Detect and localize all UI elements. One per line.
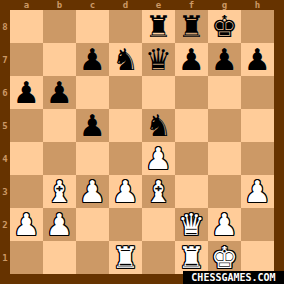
site-watermark: CHESSGAMES.COM: [183, 271, 284, 284]
black-pawn-piece: ♟: [178, 43, 205, 76]
rank-label-5: 5: [0, 109, 10, 142]
black-rook-piece: ♜: [145, 10, 172, 43]
square-h3: ♟: [241, 175, 274, 208]
white-pawn-piece: ♟: [46, 208, 73, 241]
square-e1: [142, 241, 175, 274]
square-e4: ♟: [142, 142, 175, 175]
square-d8: [109, 10, 142, 43]
square-c8: [76, 10, 109, 43]
black-pawn-piece: ♟: [211, 43, 238, 76]
square-e3: ♝: [142, 175, 175, 208]
black-pawn-piece: ♟: [244, 43, 271, 76]
square-g5: [208, 109, 241, 142]
square-f5: [175, 109, 208, 142]
square-a2: ♟: [10, 208, 43, 241]
square-c6: [76, 76, 109, 109]
square-f7: ♟: [175, 43, 208, 76]
chess-board: ♜♜♚♟♞♛♟♟♟♟♟♟♞♟♝♟♟♝♟♟♟♛♟♜♜♚: [10, 10, 274, 274]
square-c3: ♟: [76, 175, 109, 208]
white-pawn-piece: ♟: [145, 142, 172, 175]
file-labels: abcdefgh: [10, 0, 274, 10]
square-c4: [76, 142, 109, 175]
black-knight-piece: ♞: [145, 109, 172, 142]
square-e5: ♞: [142, 109, 175, 142]
square-d6: [109, 76, 142, 109]
white-pawn-piece: ♟: [79, 175, 106, 208]
square-a6: ♟: [10, 76, 43, 109]
white-king-piece: ♚: [211, 241, 238, 274]
rank-label-3: 3: [0, 175, 10, 208]
rank-label-6: 6: [0, 76, 10, 109]
black-pawn-piece: ♟: [13, 76, 40, 109]
square-e8: ♜: [142, 10, 175, 43]
rank-labels: 87654321: [0, 10, 10, 274]
white-pawn-piece: ♟: [112, 175, 139, 208]
square-c7: ♟: [76, 43, 109, 76]
square-h5: [241, 109, 274, 142]
rank-label-2: 2: [0, 208, 10, 241]
white-rook-piece: ♜: [178, 241, 205, 274]
square-f2: ♛: [175, 208, 208, 241]
chess-diagram: abcdefgh 87654321 ♜♜♚♟♞♛♟♟♟♟♟♟♞♟♝♟♟♝♟♟♟♛…: [0, 0, 284, 284]
white-queen-piece: ♛: [178, 208, 205, 241]
square-e7: ♛: [142, 43, 175, 76]
square-b5: [43, 109, 76, 142]
square-b2: ♟: [43, 208, 76, 241]
rank-label-7: 7: [0, 43, 10, 76]
square-h7: ♟: [241, 43, 274, 76]
square-h6: [241, 76, 274, 109]
square-d4: [109, 142, 142, 175]
square-h1: [241, 241, 274, 274]
square-f4: [175, 142, 208, 175]
square-g8: ♚: [208, 10, 241, 43]
black-pawn-piece: ♟: [79, 109, 106, 142]
square-b3: ♝: [43, 175, 76, 208]
square-f8: ♜: [175, 10, 208, 43]
square-a1: [10, 241, 43, 274]
square-g6: [208, 76, 241, 109]
square-h4: [241, 142, 274, 175]
black-queen-piece: ♛: [145, 43, 172, 76]
black-king-piece: ♚: [211, 10, 238, 43]
rank-label-1: 1: [0, 241, 10, 274]
square-h2: [241, 208, 274, 241]
square-g3: [208, 175, 241, 208]
white-pawn-piece: ♟: [244, 175, 271, 208]
square-b7: [43, 43, 76, 76]
white-pawn-piece: ♟: [13, 208, 40, 241]
white-pawn-piece: ♟: [211, 208, 238, 241]
square-c2: [76, 208, 109, 241]
square-e6: [142, 76, 175, 109]
square-d5: [109, 109, 142, 142]
square-f6: [175, 76, 208, 109]
rank-label-4: 4: [0, 142, 10, 175]
rank-label-8: 8: [0, 10, 10, 43]
black-rook-piece: ♜: [178, 10, 205, 43]
square-a8: [10, 10, 43, 43]
square-a3: [10, 175, 43, 208]
square-e2: [142, 208, 175, 241]
square-d2: [109, 208, 142, 241]
square-g4: [208, 142, 241, 175]
white-rook-piece: ♜: [112, 241, 139, 274]
square-h8: [241, 10, 274, 43]
square-g1: ♚: [208, 241, 241, 274]
square-a4: [10, 142, 43, 175]
square-b4: [43, 142, 76, 175]
square-c5: ♟: [76, 109, 109, 142]
square-b6: ♟: [43, 76, 76, 109]
black-knight-piece: ♞: [112, 43, 139, 76]
square-b1: [43, 241, 76, 274]
square-f1: ♜: [175, 241, 208, 274]
square-a7: [10, 43, 43, 76]
black-pawn-piece: ♟: [46, 76, 73, 109]
square-f3: [175, 175, 208, 208]
square-c1: [76, 241, 109, 274]
white-bishop-piece: ♝: [145, 175, 172, 208]
square-d7: ♞: [109, 43, 142, 76]
square-d1: ♜: [109, 241, 142, 274]
square-d3: ♟: [109, 175, 142, 208]
square-b8: [43, 10, 76, 43]
square-a5: [10, 109, 43, 142]
square-g7: ♟: [208, 43, 241, 76]
square-g2: ♟: [208, 208, 241, 241]
white-bishop-piece: ♝: [46, 175, 73, 208]
black-pawn-piece: ♟: [79, 43, 106, 76]
